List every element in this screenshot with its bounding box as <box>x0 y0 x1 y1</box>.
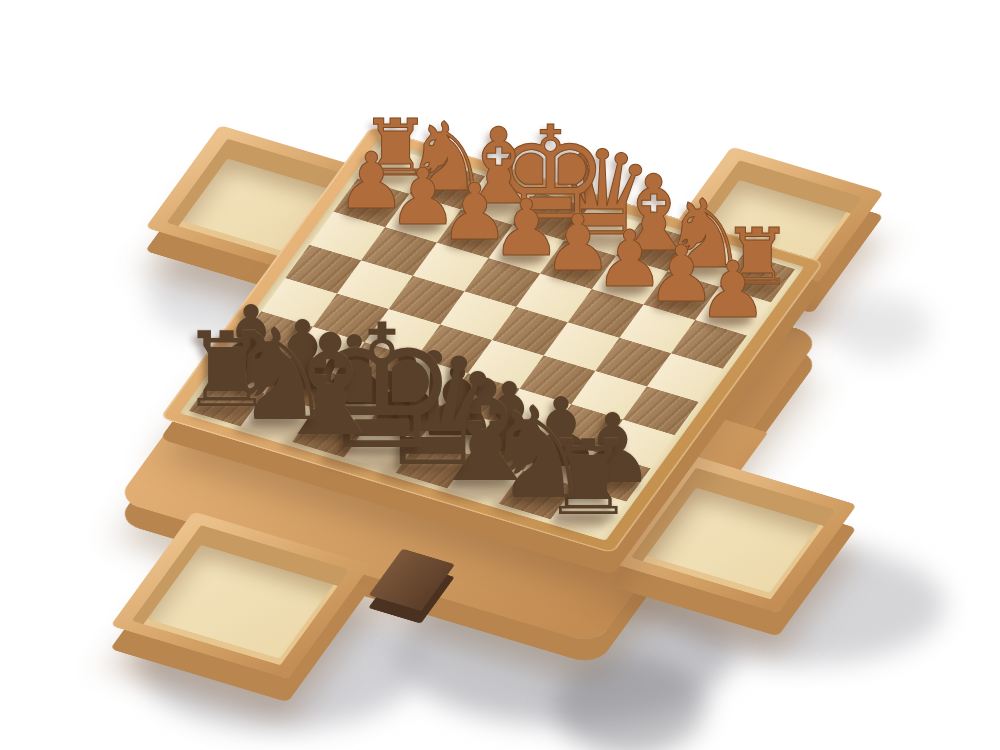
ground-shadow <box>830 295 930 360</box>
chess-set-scene: ♜♞♝♚♛♝♞♜♟♟♟♟♟♟♟♟♟♟♟♟♟♟♟♟♜♞♝♚♛♝♞♜ <box>0 0 1000 750</box>
ground-shadow <box>555 655 705 750</box>
piece-black-rook[interactable]: ♜ <box>180 318 273 422</box>
piece-white-pawn[interactable]: ♟ <box>336 143 406 221</box>
